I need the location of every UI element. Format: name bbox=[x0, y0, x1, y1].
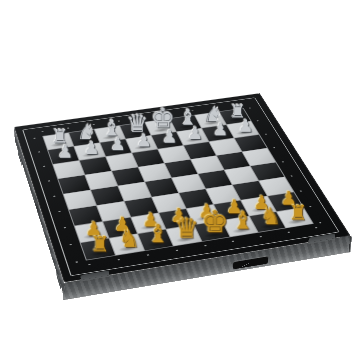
product-photo: ♜♞♝♛♚♝♞♜♟♟♟♟♟♟♟♟♟♟♟♟♟♟♟♟♜♞♝♛♚♝♞♜ bbox=[0, 0, 360, 360]
piece-white-gold-k-e1[interactable]: ♚ bbox=[201, 207, 228, 237]
piece-black-silver-p-f7[interactable]: ♟ bbox=[187, 124, 203, 141]
piece-black-silver-p-e7[interactable]: ♟ bbox=[162, 128, 178, 145]
piece-black-silver-p-c7[interactable]: ♟ bbox=[110, 135, 126, 153]
piece-white-gold-n-b1[interactable]: ♞ bbox=[119, 227, 140, 251]
piece-black-silver-p-g7[interactable]: ♟ bbox=[213, 121, 228, 138]
piece-black-silver-p-d7[interactable]: ♟ bbox=[136, 132, 152, 149]
chess-set: ♜♞♝♛♚♝♞♜♟♟♟♟♟♟♟♟♟♟♟♟♟♟♟♟♜♞♝♛♚♝♞♜ bbox=[14, 93, 350, 282]
frame-dot bbox=[38, 151, 40, 152]
piece-white-gold-r-a1[interactable]: ♜ bbox=[91, 234, 110, 256]
piece-white-gold-b-c1[interactable]: ♝ bbox=[147, 222, 169, 247]
piece-black-silver-p-b7[interactable]: ♟ bbox=[84, 139, 100, 157]
piece-black-silver-p-h7[interactable]: ♟ bbox=[238, 117, 253, 134]
piece-white-gold-q-d1[interactable]: ♛ bbox=[174, 214, 199, 241]
piece-white-gold-b-f1[interactable]: ♝ bbox=[232, 209, 254, 233]
piece-white-gold-n-g1[interactable]: ♞ bbox=[261, 205, 282, 228]
piece-black-silver-p-a7[interactable]: ♟ bbox=[57, 143, 73, 161]
case-latch[interactable] bbox=[233, 256, 268, 269]
piece-white-gold-r-h1[interactable]: ♜ bbox=[289, 203, 308, 224]
